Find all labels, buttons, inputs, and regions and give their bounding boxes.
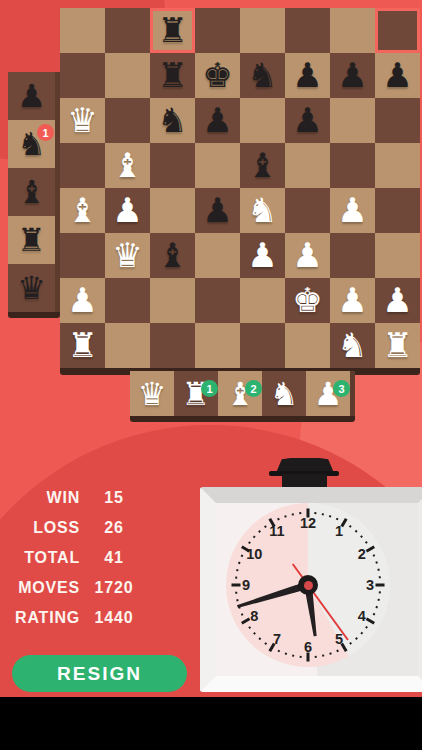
resign-button[interactable]: RESIGN [12, 655, 187, 692]
tray-shadow [130, 416, 355, 422]
captured-tray-white: ♛♜1♝2♞♟3 [130, 371, 355, 417]
clock-minute-tick [314, 655, 317, 658]
clock-minute-tick [253, 631, 256, 634]
captured-piece-bQ: ♛ [17, 269, 46, 307]
square-e7[interactable]: ♞ [240, 53, 285, 98]
chess-piece-wQ-a6: ♛ [67, 98, 97, 143]
chess-piece-bR-c7: ♜ [157, 53, 187, 98]
chess-piece-wK-f2: ♚ [292, 278, 322, 323]
square-a7[interactable] [60, 53, 105, 98]
clock-minute-tick [258, 637, 261, 640]
square-e5[interactable]: ♝ [240, 143, 285, 188]
square-a8[interactable] [60, 8, 105, 53]
chess-piece-wR-h1: ♜ [382, 323, 412, 368]
clock-hour-tick [366, 545, 375, 552]
square-h1[interactable]: ♜ [375, 323, 420, 368]
square-a2[interactable]: ♟ [60, 278, 105, 323]
square-e2[interactable] [240, 278, 285, 323]
app-screen: ♜♜♚♞♟♟♟♛♞♟♟♝♝♝♟♟♞♟♛♝♟♟♟♚♟♟♜♞♜ ♟♞1♝♜♛ ♛♜1… [0, 0, 422, 750]
stat-label: LOSS [12, 519, 80, 537]
chess-piece-wN-e4: ♞ [247, 188, 277, 233]
chess-piece-wP-h2: ♟ [382, 278, 412, 323]
clock-hour-tick [307, 653, 310, 662]
square-c5[interactable] [150, 143, 195, 188]
square-h4[interactable] [375, 188, 420, 233]
clock-minute-tick [314, 512, 317, 515]
chess-board: ♜♜♚♞♟♟♟♛♞♟♟♝♝♝♟♟♞♟♛♝♟♟♟♚♟♟♜♞♜ [60, 8, 420, 368]
square-c4[interactable] [150, 188, 195, 233]
chess-piece-bP-g7: ♟ [337, 53, 367, 98]
clock-minute-tick [235, 591, 238, 594]
square-h3[interactable] [375, 233, 420, 278]
square-b5[interactable]: ♝ [105, 143, 150, 188]
square-h2[interactable]: ♟ [375, 278, 420, 323]
clock-minute-tick [349, 525, 352, 528]
stats-panel: WIN15LOSS26TOTAL41MOVES1720RATING1440 [12, 483, 148, 633]
captured-cell-wB: ♝2 [218, 371, 262, 416]
chess-piece-wN-g1: ♞ [337, 323, 367, 368]
stat-value: 1720 [80, 579, 148, 597]
square-g4[interactable]: ♟ [330, 188, 375, 233]
capture-count-badge: 1 [201, 380, 218, 397]
clock-minute-tick [329, 652, 332, 655]
clock-minute-tick [377, 599, 380, 602]
capture-count-badge: 2 [245, 380, 262, 397]
clock-minute-tick [238, 561, 241, 564]
bottom-black-bar [0, 697, 422, 750]
square-f6[interactable]: ♟ [285, 98, 330, 143]
square-d2[interactable] [195, 278, 240, 323]
square-c8[interactable]: ♜ [150, 8, 195, 53]
square-d7[interactable]: ♚ [195, 53, 240, 98]
square-d8[interactable] [195, 8, 240, 53]
clock-minute-tick [299, 655, 302, 658]
stat-value: 26 [80, 519, 148, 537]
clock-minute-tick [277, 649, 280, 652]
captured-cell-bP: ♟ [8, 72, 55, 120]
square-h7[interactable]: ♟ [375, 53, 420, 98]
clock-minute-tick [354, 530, 357, 533]
square-f2[interactable]: ♚ [285, 278, 330, 323]
clock-hour-tick [307, 509, 310, 518]
chess-piece-wP-g2: ♟ [337, 278, 367, 323]
chess-piece-bP-f7: ♟ [292, 53, 322, 98]
clock-minute-tick [365, 626, 368, 629]
square-d1[interactable] [195, 323, 240, 368]
clock-hour-tick [366, 617, 375, 624]
square-e3[interactable]: ♟ [240, 233, 285, 278]
clock-minute-tick [253, 535, 256, 538]
square-b4[interactable]: ♟ [105, 188, 150, 233]
clock-minute-tick [236, 569, 239, 572]
clock-minute-tick [378, 576, 381, 579]
captured-cell-bN: ♞1 [8, 120, 55, 168]
captured-cell-bR: ♜ [8, 216, 55, 264]
clock-minute-tick [372, 613, 375, 616]
square-e6[interactable] [240, 98, 285, 143]
tray-bevel [350, 371, 355, 417]
captured-piece-bR: ♜ [17, 221, 46, 259]
square-d5[interactable] [195, 143, 240, 188]
tray-bevel [55, 72, 60, 312]
clock-minute-tick [354, 637, 357, 640]
clock-hour-tick [340, 518, 347, 527]
clock-number-2: 2 [358, 546, 366, 562]
square-a6[interactable]: ♛ [60, 98, 105, 143]
captured-cell-bB: ♝ [8, 168, 55, 216]
clock-minute-tick [322, 513, 325, 516]
captured-piece-wQ: ♛ [138, 375, 167, 413]
square-c3[interactable]: ♝ [150, 233, 195, 278]
clock-minute-tick [236, 599, 239, 602]
chess-piece-wP-b4: ♟ [112, 188, 142, 233]
stat-row-loss: LOSS26 [12, 513, 148, 543]
square-a4[interactable]: ♝ [60, 188, 105, 233]
stat-value: 1440 [80, 609, 148, 627]
square-e1[interactable] [240, 323, 285, 368]
stat-row-moves: MOVES1720 [12, 573, 148, 603]
clock-hour-tick [376, 584, 385, 587]
clock-minute-tick [377, 569, 380, 572]
stat-label: MOVES [12, 579, 80, 597]
square-e4[interactable]: ♞ [240, 188, 285, 233]
clock-minute-tick [264, 642, 267, 645]
captured-piece-bB: ♝ [17, 173, 46, 211]
square-a5[interactable] [60, 143, 105, 188]
square-b2[interactable] [105, 278, 150, 323]
chess-piece-wB-a4: ♝ [67, 188, 97, 233]
clock-minute-tick [264, 525, 267, 528]
clock-minute-tick [299, 512, 302, 515]
captured-piece-wN: ♞ [270, 375, 299, 413]
clock-knob-neck [282, 474, 327, 488]
clock-hour-tick [268, 643, 275, 652]
square-f5[interactable] [285, 143, 330, 188]
square-c6[interactable]: ♞ [150, 98, 195, 143]
square-b8[interactable] [105, 8, 150, 53]
clock-hour-tick [340, 643, 347, 652]
square-c2[interactable] [150, 278, 195, 323]
clock-minute-tick [360, 631, 363, 634]
square-h6[interactable] [375, 98, 420, 143]
capture-count-badge: 3 [333, 380, 350, 397]
chess-piece-bP-d6: ♟ [202, 98, 232, 143]
square-h5[interactable] [375, 143, 420, 188]
captured-piece-bP: ♟ [17, 77, 46, 115]
clock-number-8: 8 [250, 608, 258, 624]
chess-piece-wP-f3: ♟ [292, 233, 322, 278]
clock-number-9: 9 [242, 577, 250, 593]
clock-minute-tick [375, 606, 378, 609]
clock-minute-tick [349, 642, 352, 645]
clock-hour-tick [241, 617, 250, 624]
clock-minute-tick [365, 541, 368, 544]
square-g5[interactable] [330, 143, 375, 188]
square-f7[interactable]: ♟ [285, 53, 330, 98]
clock-minute-tick [292, 654, 295, 657]
captured-cell-wR: ♜1 [174, 371, 218, 416]
clock-minute-tick [372, 554, 375, 557]
chess-piece-wR-a1: ♜ [67, 323, 97, 368]
captured-cell-wP: ♟3 [306, 371, 350, 416]
chess-piece-bK-d7: ♚ [202, 53, 232, 98]
stat-value: 15 [80, 489, 148, 507]
clock-minute-tick [360, 535, 363, 538]
chess-piece-wP-e3: ♟ [247, 233, 277, 278]
square-g3[interactable] [330, 233, 375, 278]
square-c1[interactable] [150, 323, 195, 368]
stat-row-win: WIN15 [12, 483, 148, 513]
chess-piece-bN-e7: ♞ [247, 53, 277, 98]
square-g2[interactable]: ♟ [330, 278, 375, 323]
chess-piece-wP-a2: ♟ [67, 278, 97, 323]
chess-piece-bR-c8: ♜ [157, 8, 187, 53]
square-d3[interactable] [195, 233, 240, 278]
square-a3[interactable] [60, 233, 105, 278]
chess-piece-wQ-b3: ♛ [112, 233, 142, 278]
captured-cell-wQ: ♛ [130, 371, 174, 416]
square-b3[interactable]: ♛ [105, 233, 150, 278]
square-e8[interactable] [240, 8, 285, 53]
chess-piece-bN-c6: ♞ [157, 98, 187, 143]
clock-minute-tick [248, 626, 251, 629]
square-g6[interactable] [330, 98, 375, 143]
clock-minute-tick [241, 613, 244, 616]
chess-piece-bB-e5: ♝ [247, 143, 277, 188]
stat-row-rating: RATING1440 [12, 603, 148, 633]
clock-minute-tick [277, 518, 280, 521]
clock-minute-tick [336, 649, 339, 652]
stat-value: 41 [80, 549, 148, 567]
clock-number-4: 4 [358, 608, 366, 624]
captured-cell-wN: ♞ [262, 371, 306, 416]
square-c7[interactable]: ♜ [150, 53, 195, 98]
square-g8[interactable] [330, 8, 375, 53]
clock-hour-tick [232, 584, 241, 587]
square-d4[interactable]: ♟ [195, 188, 240, 233]
chess-piece-bB-c3: ♝ [157, 233, 187, 278]
chess-piece-bP-f6: ♟ [292, 98, 322, 143]
clock-center-cap [298, 575, 318, 595]
square-f4[interactable] [285, 188, 330, 233]
clock-number-3: 3 [366, 577, 374, 593]
clock-minute-tick [284, 652, 287, 655]
square-b6[interactable] [105, 98, 150, 143]
clock-minute-tick [284, 515, 287, 518]
square-g7[interactable]: ♟ [330, 53, 375, 98]
square-f1[interactable] [285, 323, 330, 368]
stat-label: WIN [12, 489, 80, 507]
tray-shadow [8, 312, 60, 318]
chess-piece-bP-h7: ♟ [382, 53, 412, 98]
clock-minute-tick [258, 530, 261, 533]
stat-row-total: TOTAL41 [12, 543, 148, 573]
clock-minute-tick [375, 561, 378, 564]
square-b7[interactable] [105, 53, 150, 98]
clock-minute-tick [336, 518, 339, 521]
square-g1[interactable]: ♞ [330, 323, 375, 368]
stat-label: RATING [12, 609, 80, 627]
captured-cell-bQ: ♛ [8, 264, 55, 312]
square-h8[interactable] [375, 8, 420, 53]
clock-minute-tick [248, 541, 251, 544]
clock-minute-tick [378, 591, 381, 594]
clock-minute-tick [292, 513, 295, 516]
capture-count-badge: 1 [37, 124, 54, 141]
chess-clock: 121234567891011 [200, 487, 422, 692]
clock-minute-tick [329, 515, 332, 518]
clock-minute-tick [235, 576, 238, 579]
stat-label: TOTAL [12, 549, 80, 567]
clock-minute-tick [322, 654, 325, 657]
square-b1[interactable] [105, 323, 150, 368]
chess-piece-wB-b5: ♝ [112, 143, 142, 188]
square-a1[interactable]: ♜ [60, 323, 105, 368]
square-f3[interactable]: ♟ [285, 233, 330, 278]
chess-piece-bP-d4: ♟ [202, 188, 232, 233]
clock-face: 121234567891011 [226, 503, 390, 667]
square-d6[interactable]: ♟ [195, 98, 240, 143]
square-f8[interactable] [285, 8, 330, 53]
chess-piece-wP-g4: ♟ [337, 188, 367, 233]
clock-minute-tick [241, 554, 244, 557]
captured-tray-black: ♟♞1♝♜♛ [8, 72, 60, 312]
